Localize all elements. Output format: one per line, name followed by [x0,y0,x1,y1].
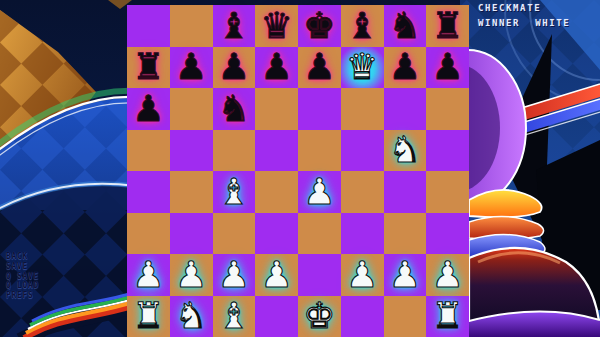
square-b7[interactable]: ♟ [170,47,213,89]
square-b2[interactable]: ♟ [170,254,213,296]
white-pawn: ♟ [175,257,207,293]
square-b5[interactable] [170,130,213,172]
square-g2[interactable]: ♟ [384,254,427,296]
square-d1[interactable] [255,296,298,337]
white-queen: ♛ [346,49,378,85]
square-g8[interactable]: ♞ [384,5,427,47]
square-b3[interactable] [170,213,213,255]
square-d4[interactable] [255,171,298,213]
square-h1[interactable]: ♜ [426,296,469,337]
square-c7[interactable]: ♟ [213,47,256,89]
chess-board: ♝♛♚♝♞♜♜♟♟♟♟♛♟♟♟♞♞♝♟♟♟♟♟♟♟♟♜♞♝♚♜ [127,5,469,337]
square-a6[interactable]: ♟ [127,88,170,130]
white-pawn: ♟ [303,174,335,210]
white-pawn: ♟ [132,257,164,293]
square-f4[interactable] [341,171,384,213]
square-a7[interactable]: ♜ [127,47,170,89]
square-a8[interactable] [127,5,170,47]
square-h7[interactable]: ♟ [426,47,469,89]
square-c5[interactable] [213,130,256,172]
menu-item-quicksave[interactable]: Q SAVE [6,272,39,282]
white-rook: ♜ [431,298,463,334]
black-bishop: ♝ [346,8,378,44]
square-g4[interactable] [384,171,427,213]
black-rook: ♜ [132,49,164,85]
square-b1[interactable]: ♞ [170,296,213,337]
square-d3[interactable] [255,213,298,255]
square-c8[interactable]: ♝ [213,5,256,47]
white-pawn: ♟ [260,257,292,293]
menu-item-save[interactable]: SAVE [6,262,39,272]
black-pawn: ♟ [303,49,335,85]
square-e8[interactable]: ♚ [298,5,341,47]
white-king: ♚ [303,298,335,334]
white-pawn: ♟ [218,257,250,293]
square-f8[interactable]: ♝ [341,5,384,47]
square-g1[interactable] [384,296,427,337]
square-d8[interactable]: ♛ [255,5,298,47]
square-e6[interactable] [298,88,341,130]
black-king: ♚ [303,8,335,44]
white-bishop: ♝ [218,174,250,210]
square-f3[interactable] [341,213,384,255]
square-f2[interactable]: ♟ [341,254,384,296]
white-pawn: ♟ [431,257,463,293]
menu-item-prefs[interactable]: PREFS [6,291,39,301]
status-panel: CHECKMATE WINNER WHITE [478,3,570,28]
square-d2[interactable]: ♟ [255,254,298,296]
square-h6[interactable] [426,88,469,130]
black-pawn: ♟ [175,49,207,85]
square-c6[interactable]: ♞ [213,88,256,130]
square-b8[interactable] [170,5,213,47]
square-g3[interactable] [384,213,427,255]
square-c4[interactable]: ♝ [213,171,256,213]
square-g7[interactable]: ♟ [384,47,427,89]
square-b6[interactable] [170,88,213,130]
white-rook: ♜ [132,298,164,334]
black-pawn: ♟ [132,91,164,127]
black-pawn: ♟ [260,49,292,85]
square-f6[interactable] [341,88,384,130]
square-d7[interactable]: ♟ [255,47,298,89]
square-f1[interactable] [341,296,384,337]
menu-item-back[interactable]: BACK [6,252,39,262]
square-e5[interactable] [298,130,341,172]
square-a3[interactable] [127,213,170,255]
square-h4[interactable] [426,171,469,213]
square-d5[interactable] [255,130,298,172]
black-knight: ♞ [218,91,250,127]
square-c2[interactable]: ♟ [213,254,256,296]
square-a5[interactable] [127,130,170,172]
square-a4[interactable] [127,171,170,213]
white-pawn: ♟ [346,257,378,293]
black-pawn: ♟ [218,49,250,85]
black-knight: ♞ [389,8,421,44]
white-knight: ♞ [175,298,207,334]
square-e3[interactable] [298,213,341,255]
black-pawn: ♟ [431,49,463,85]
square-g6[interactable] [384,88,427,130]
square-h5[interactable] [426,130,469,172]
square-a1[interactable]: ♜ [127,296,170,337]
black-rook: ♜ [431,8,463,44]
square-f5[interactable] [341,130,384,172]
square-e2[interactable] [298,254,341,296]
menu-item-quickload[interactable]: Q LOAD [6,281,39,291]
square-e1[interactable]: ♚ [298,296,341,337]
square-h3[interactable] [426,213,469,255]
square-e4[interactable]: ♟ [298,171,341,213]
square-b4[interactable] [170,171,213,213]
square-d6[interactable] [255,88,298,130]
black-pawn: ♟ [389,49,421,85]
square-c1[interactable]: ♝ [213,296,256,337]
square-e7[interactable]: ♟ [298,47,341,89]
square-h8[interactable]: ♜ [426,5,469,47]
game-menu: BACK SAVE Q SAVE Q LOAD PREFS [6,252,39,301]
square-a2[interactable]: ♟ [127,254,170,296]
white-pawn: ♟ [389,257,421,293]
square-f7[interactable]: ♛ [341,47,384,89]
square-g5[interactable]: ♞ [384,130,427,172]
white-knight: ♞ [389,132,421,168]
black-queen: ♛ [260,8,292,44]
square-h2[interactable]: ♟ [426,254,469,296]
white-bishop: ♝ [218,298,250,334]
checkmate-label: CHECKMATE [478,3,570,13]
winner-label: WINNER WHITE [478,18,570,28]
black-bishop: ♝ [218,8,250,44]
square-c3[interactable] [213,213,256,255]
